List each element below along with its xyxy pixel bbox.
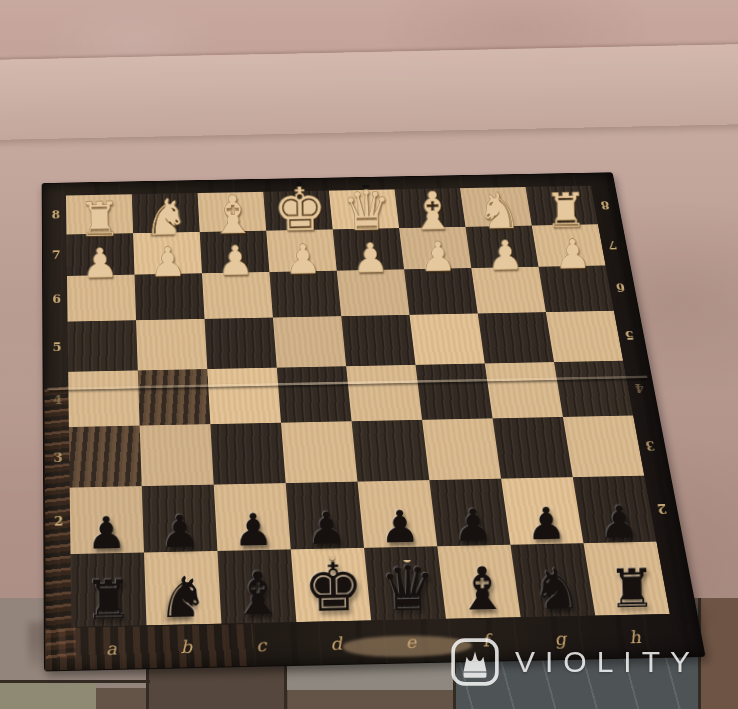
square-e6[interactable] <box>337 270 410 317</box>
square-c8[interactable] <box>198 192 267 232</box>
crown-icon <box>450 637 500 687</box>
square-c3[interactable] <box>210 423 285 485</box>
square-g1[interactable] <box>510 543 595 617</box>
square-e5[interactable] <box>341 315 415 366</box>
square-d8[interactable] <box>263 191 332 231</box>
square-g8[interactable] <box>460 187 532 227</box>
square-a5[interactable] <box>68 321 138 373</box>
square-h4[interactable] <box>554 361 633 417</box>
square-f2[interactable] <box>429 479 510 547</box>
square-b6[interactable] <box>135 274 205 321</box>
square-g4[interactable] <box>485 362 563 418</box>
square-c7[interactable] <box>200 230 270 273</box>
square-h5[interactable] <box>546 311 623 362</box>
square-c6[interactable] <box>202 272 273 319</box>
square-h7[interactable] <box>532 224 606 267</box>
square-b2[interactable] <box>142 485 218 553</box>
square-e7[interactable] <box>333 228 404 271</box>
square-d2[interactable] <box>286 482 364 550</box>
square-g7[interactable] <box>465 225 538 268</box>
square-f8[interactable] <box>394 188 465 228</box>
square-a3[interactable] <box>69 426 142 488</box>
square-e1[interactable] <box>364 546 446 620</box>
square-c1[interactable] <box>217 550 296 624</box>
squares-grid <box>66 186 670 627</box>
square-a1[interactable] <box>71 553 147 627</box>
square-c5[interactable] <box>205 318 277 370</box>
square-d1[interactable] <box>291 548 371 622</box>
square-f1[interactable] <box>437 545 520 619</box>
rank-label-4: 4 <box>47 372 68 428</box>
square-b7[interactable] <box>133 232 202 275</box>
watermark-text: VIOLITY <box>515 645 700 679</box>
square-d6[interactable] <box>269 271 341 318</box>
couch-seam <box>0 44 738 140</box>
square-f3[interactable] <box>422 419 501 481</box>
floor-tile <box>0 682 96 709</box>
square-b4[interactable] <box>138 369 211 426</box>
square-g2[interactable] <box>501 477 583 544</box>
square-d5[interactable] <box>273 316 346 368</box>
square-g3[interactable] <box>493 417 573 479</box>
square-b3[interactable] <box>140 424 214 486</box>
square-a6[interactable] <box>67 275 136 322</box>
square-e4[interactable] <box>346 365 422 421</box>
photo-scene: 8765432 8765432 abcdefgh ♜♞♝♚♛♝♞♜♟♟♟♟♟♟♟… <box>0 0 738 709</box>
square-f7[interactable] <box>399 226 471 269</box>
square-h6[interactable] <box>539 266 615 313</box>
square-d4[interactable] <box>277 367 352 423</box>
square-d7[interactable] <box>266 229 337 272</box>
rank-label-3: 3 <box>47 427 68 488</box>
square-a8[interactable] <box>66 194 133 234</box>
square-e3[interactable] <box>352 420 430 482</box>
square-f6[interactable] <box>404 268 478 315</box>
square-b5[interactable] <box>136 319 207 371</box>
square-e8[interactable] <box>329 189 399 229</box>
watermark: VIOLITY <box>450 632 730 692</box>
square-e2[interactable] <box>358 480 438 548</box>
square-c2[interactable] <box>214 483 291 551</box>
square-h8[interactable] <box>526 186 598 226</box>
square-f4[interactable] <box>416 364 493 420</box>
square-f5[interactable] <box>410 314 485 365</box>
square-a7[interactable] <box>66 233 134 276</box>
square-c4[interactable] <box>207 368 281 424</box>
square-b1[interactable] <box>144 551 221 625</box>
square-g5[interactable] <box>478 312 554 363</box>
square-a4[interactable] <box>68 371 139 428</box>
square-h3[interactable] <box>563 416 644 478</box>
square-h2[interactable] <box>573 476 657 543</box>
chess-board: 8765432 8765432 abcdefgh ♜♞♝♚♛♝♞♜♟♟♟♟♟♟♟… <box>42 172 706 671</box>
square-b8[interactable] <box>132 193 200 233</box>
worn-edge-bottom <box>45 624 255 670</box>
square-a2[interactable] <box>70 486 144 554</box>
square-d3[interactable] <box>281 422 358 484</box>
square-h1[interactable] <box>584 542 670 616</box>
square-g6[interactable] <box>471 267 546 314</box>
